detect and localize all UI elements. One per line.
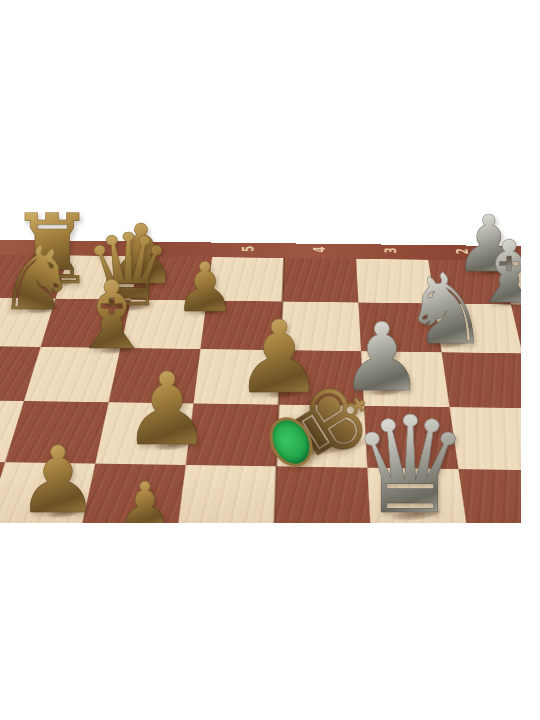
page: 5432 ♜♞♛♟♝♟♟♟♟♟♚♟♝♞♟♛ bbox=[0, 0, 540, 720]
rail-rank-label-4: 4 bbox=[313, 247, 328, 253]
piece-black-pawn-d7: ♟ bbox=[17, 435, 99, 523]
piece-black-knight-g8: ♞ bbox=[0, 235, 76, 323]
square-d5 bbox=[177, 465, 277, 523]
piece-black-bishop-f7: ♝ bbox=[70, 269, 154, 363]
piece-black-pawn-d6: ♟ bbox=[116, 474, 173, 523]
piece-white-queen-d3: ♛ bbox=[350, 399, 470, 523]
square-h4 bbox=[282, 258, 358, 303]
rail-rank-label-5: 5 bbox=[241, 246, 256, 252]
piece-black-pawn-g6: ♟ bbox=[175, 254, 236, 322]
piece-black-pawn-e6: ♟ bbox=[122, 360, 212, 460]
chess-set-photo: 5432 ♜♞♛♟♝♟♟♟♟♟♚♟♝♞♟♛ bbox=[0, 185, 521, 523]
rail-rank-label-3: 3 bbox=[384, 247, 399, 253]
